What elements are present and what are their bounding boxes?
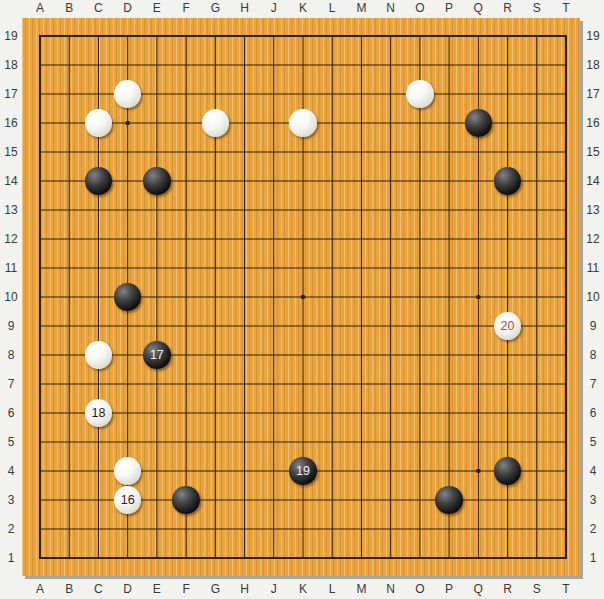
intersection-B4[interactable] xyxy=(55,457,84,486)
intersection-T17[interactable] xyxy=(551,80,580,109)
intersection-A16[interactable] xyxy=(25,109,54,138)
intersection-F6[interactable] xyxy=(171,399,200,428)
intersection-N1[interactable] xyxy=(376,544,405,573)
intersection-M8[interactable] xyxy=(347,341,376,370)
intersection-Q1[interactable] xyxy=(464,544,493,573)
intersection-C3[interactable] xyxy=(84,486,113,515)
intersection-A3[interactable] xyxy=(25,486,54,515)
intersection-L9[interactable] xyxy=(318,312,347,341)
intersection-K10[interactable] xyxy=(288,283,317,312)
intersection-G10[interactable] xyxy=(201,283,230,312)
intersection-G6[interactable] xyxy=(201,399,230,428)
intersection-F13[interactable] xyxy=(171,196,200,225)
intersection-M10[interactable] xyxy=(347,283,376,312)
intersection-P10[interactable] xyxy=(434,283,463,312)
intersection-M15[interactable] xyxy=(347,138,376,167)
intersection-M1[interactable] xyxy=(347,544,376,573)
intersection-Q11[interactable] xyxy=(464,254,493,283)
intersection-R11[interactable] xyxy=(493,254,522,283)
intersection-P4[interactable] xyxy=(434,457,463,486)
intersection-J1[interactable] xyxy=(259,544,288,573)
intersection-D7[interactable] xyxy=(113,370,142,399)
intersection-Q5[interactable] xyxy=(464,428,493,457)
intersection-B15[interactable] xyxy=(55,138,84,167)
intersection-B19[interactable] xyxy=(55,22,84,51)
intersection-P8[interactable] xyxy=(434,341,463,370)
intersection-C9[interactable] xyxy=(84,312,113,341)
intersection-O8[interactable] xyxy=(405,341,434,370)
intersection-G1[interactable] xyxy=(201,544,230,573)
intersection-A14[interactable] xyxy=(25,167,54,196)
intersection-Q6[interactable] xyxy=(464,399,493,428)
intersection-J10[interactable] xyxy=(259,283,288,312)
intersection-H16[interactable] xyxy=(230,109,259,138)
intersection-M14[interactable] xyxy=(347,167,376,196)
intersection-P17[interactable] xyxy=(434,80,463,109)
intersection-E10[interactable] xyxy=(142,283,171,312)
intersection-E1[interactable] xyxy=(142,544,171,573)
intersection-C7[interactable] xyxy=(84,370,113,399)
intersection-R6[interactable] xyxy=(493,399,522,428)
intersection-E7[interactable] xyxy=(142,370,171,399)
intersection-K14[interactable] xyxy=(288,167,317,196)
intersection-K12[interactable] xyxy=(288,225,317,254)
intersection-F10[interactable] xyxy=(171,283,200,312)
intersection-B14[interactable] xyxy=(55,167,84,196)
intersection-J6[interactable] xyxy=(259,399,288,428)
intersection-A7[interactable] xyxy=(25,370,54,399)
intersection-S2[interactable] xyxy=(522,515,551,544)
intersection-E9[interactable] xyxy=(142,312,171,341)
intersection-A17[interactable] xyxy=(25,80,54,109)
intersection-S14[interactable] xyxy=(522,167,551,196)
intersection-Q10[interactable] xyxy=(464,283,493,312)
intersection-J8[interactable] xyxy=(259,341,288,370)
intersection-R16[interactable] xyxy=(493,109,522,138)
intersection-B12[interactable] xyxy=(55,225,84,254)
intersection-E2[interactable] xyxy=(142,515,171,544)
intersection-G19[interactable] xyxy=(201,22,230,51)
intersection-S3[interactable] xyxy=(522,486,551,515)
intersection-T13[interactable] xyxy=(551,196,580,225)
intersection-A15[interactable] xyxy=(25,138,54,167)
intersection-B9[interactable] xyxy=(55,312,84,341)
intersection-T6[interactable] xyxy=(551,399,580,428)
intersection-J13[interactable] xyxy=(259,196,288,225)
intersection-B7[interactable] xyxy=(55,370,84,399)
intersection-P5[interactable] xyxy=(434,428,463,457)
intersection-O5[interactable] xyxy=(405,428,434,457)
intersection-J17[interactable] xyxy=(259,80,288,109)
intersection-T12[interactable] xyxy=(551,225,580,254)
intersection-S1[interactable] xyxy=(522,544,551,573)
intersection-R3[interactable] xyxy=(493,486,522,515)
intersection-K5[interactable] xyxy=(288,428,317,457)
intersection-R17[interactable] xyxy=(493,80,522,109)
intersection-R2[interactable] xyxy=(493,515,522,544)
intersection-N2[interactable] xyxy=(376,515,405,544)
intersection-A11[interactable] xyxy=(25,254,54,283)
intersection-H3[interactable] xyxy=(230,486,259,515)
intersection-J4[interactable] xyxy=(259,457,288,486)
intersection-Q13[interactable] xyxy=(464,196,493,225)
intersection-A2[interactable] xyxy=(25,515,54,544)
intersection-P13[interactable] xyxy=(434,196,463,225)
intersection-H2[interactable] xyxy=(230,515,259,544)
intersection-E12[interactable] xyxy=(142,225,171,254)
intersection-F19[interactable] xyxy=(171,22,200,51)
intersection-P6[interactable] xyxy=(434,399,463,428)
intersection-O10[interactable] xyxy=(405,283,434,312)
intersection-Q18[interactable] xyxy=(464,51,493,80)
intersection-F7[interactable] xyxy=(171,370,200,399)
intersection-H5[interactable] xyxy=(230,428,259,457)
intersection-N7[interactable] xyxy=(376,370,405,399)
intersection-G4[interactable] xyxy=(201,457,230,486)
intersection-F14[interactable] xyxy=(171,167,200,196)
intersection-T18[interactable] xyxy=(551,51,580,80)
intersection-C19[interactable] xyxy=(84,22,113,51)
intersection-K2[interactable] xyxy=(288,515,317,544)
intersection-S4[interactable] xyxy=(522,457,551,486)
intersection-K15[interactable] xyxy=(288,138,317,167)
intersection-G15[interactable] xyxy=(201,138,230,167)
intersection-R18[interactable] xyxy=(493,51,522,80)
intersection-S19[interactable] xyxy=(522,22,551,51)
intersection-P16[interactable] xyxy=(434,109,463,138)
intersection-D8[interactable] xyxy=(113,341,142,370)
intersection-E17[interactable] xyxy=(142,80,171,109)
intersection-D5[interactable] xyxy=(113,428,142,457)
intersection-E3[interactable] xyxy=(142,486,171,515)
intersection-B10[interactable] xyxy=(55,283,84,312)
intersection-O13[interactable] xyxy=(405,196,434,225)
intersection-S9[interactable] xyxy=(522,312,551,341)
intersection-C5[interactable] xyxy=(84,428,113,457)
intersection-M5[interactable] xyxy=(347,428,376,457)
intersection-A4[interactable] xyxy=(25,457,54,486)
intersection-O11[interactable] xyxy=(405,254,434,283)
intersection-B16[interactable] xyxy=(55,109,84,138)
intersection-P9[interactable] xyxy=(434,312,463,341)
intersection-D12[interactable] xyxy=(113,225,142,254)
intersection-Q19[interactable] xyxy=(464,22,493,51)
intersection-T19[interactable] xyxy=(551,22,580,51)
intersection-S15[interactable] xyxy=(522,138,551,167)
intersection-K9[interactable] xyxy=(288,312,317,341)
intersection-S6[interactable] xyxy=(522,399,551,428)
intersection-N4[interactable] xyxy=(376,457,405,486)
intersection-E16[interactable] xyxy=(142,109,171,138)
intersection-A10[interactable] xyxy=(25,283,54,312)
intersection-T15[interactable] xyxy=(551,138,580,167)
intersection-D11[interactable] xyxy=(113,254,142,283)
intersection-N13[interactable] xyxy=(376,196,405,225)
intersection-B1[interactable] xyxy=(55,544,84,573)
intersection-L8[interactable] xyxy=(318,341,347,370)
intersection-H4[interactable] xyxy=(230,457,259,486)
intersection-G2[interactable] xyxy=(201,515,230,544)
intersection-M16[interactable] xyxy=(347,109,376,138)
intersection-O4[interactable] xyxy=(405,457,434,486)
intersection-K11[interactable] xyxy=(288,254,317,283)
intersection-J19[interactable] xyxy=(259,22,288,51)
intersection-S16[interactable] xyxy=(522,109,551,138)
intersection-A1[interactable] xyxy=(25,544,54,573)
intersection-T7[interactable] xyxy=(551,370,580,399)
intersection-L15[interactable] xyxy=(318,138,347,167)
intersection-H7[interactable] xyxy=(230,370,259,399)
intersection-J12[interactable] xyxy=(259,225,288,254)
intersection-F15[interactable] xyxy=(171,138,200,167)
intersection-B5[interactable] xyxy=(55,428,84,457)
intersection-Q17[interactable] xyxy=(464,80,493,109)
intersection-N15[interactable] xyxy=(376,138,405,167)
intersection-Q14[interactable] xyxy=(464,167,493,196)
intersection-L16[interactable] xyxy=(318,109,347,138)
intersection-R10[interactable] xyxy=(493,283,522,312)
intersection-H9[interactable] xyxy=(230,312,259,341)
intersection-L1[interactable] xyxy=(318,544,347,573)
intersection-J2[interactable] xyxy=(259,515,288,544)
intersection-M18[interactable] xyxy=(347,51,376,80)
intersection-A8[interactable] xyxy=(25,341,54,370)
intersection-C4[interactable] xyxy=(84,457,113,486)
intersection-B6[interactable] xyxy=(55,399,84,428)
intersection-O1[interactable] xyxy=(405,544,434,573)
intersection-S10[interactable] xyxy=(522,283,551,312)
intersection-M7[interactable] xyxy=(347,370,376,399)
intersection-S5[interactable] xyxy=(522,428,551,457)
intersection-O6[interactable] xyxy=(405,399,434,428)
intersection-E11[interactable] xyxy=(142,254,171,283)
intersection-T11[interactable] xyxy=(551,254,580,283)
intersection-C12[interactable] xyxy=(84,225,113,254)
intersection-O2[interactable] xyxy=(405,515,434,544)
intersection-H6[interactable] xyxy=(230,399,259,428)
intersection-A9[interactable] xyxy=(25,312,54,341)
intersection-P2[interactable] xyxy=(434,515,463,544)
intersection-R7[interactable] xyxy=(493,370,522,399)
intersection-D6[interactable] xyxy=(113,399,142,428)
intersection-S7[interactable] xyxy=(522,370,551,399)
intersection-F9[interactable] xyxy=(171,312,200,341)
intersection-F12[interactable] xyxy=(171,225,200,254)
intersection-Q15[interactable] xyxy=(464,138,493,167)
intersection-K8[interactable] xyxy=(288,341,317,370)
intersection-N16[interactable] xyxy=(376,109,405,138)
intersection-D16[interactable] xyxy=(113,109,142,138)
intersection-P19[interactable] xyxy=(434,22,463,51)
intersection-H8[interactable] xyxy=(230,341,259,370)
intersection-B8[interactable] xyxy=(55,341,84,370)
intersection-S11[interactable] xyxy=(522,254,551,283)
intersection-H19[interactable] xyxy=(230,22,259,51)
intersection-G3[interactable] xyxy=(201,486,230,515)
intersection-G14[interactable] xyxy=(201,167,230,196)
intersection-P11[interactable] xyxy=(434,254,463,283)
intersection-P15[interactable] xyxy=(434,138,463,167)
intersection-B3[interactable] xyxy=(55,486,84,515)
intersection-J11[interactable] xyxy=(259,254,288,283)
intersection-H13[interactable] xyxy=(230,196,259,225)
intersection-H14[interactable] xyxy=(230,167,259,196)
intersection-F11[interactable] xyxy=(171,254,200,283)
intersection-D15[interactable] xyxy=(113,138,142,167)
intersection-N3[interactable] xyxy=(376,486,405,515)
intersection-M19[interactable] xyxy=(347,22,376,51)
intersection-Q9[interactable] xyxy=(464,312,493,341)
intersection-O12[interactable] xyxy=(405,225,434,254)
intersection-R5[interactable] xyxy=(493,428,522,457)
intersection-M6[interactable] xyxy=(347,399,376,428)
intersection-K3[interactable] xyxy=(288,486,317,515)
intersection-D2[interactable] xyxy=(113,515,142,544)
intersection-T10[interactable] xyxy=(551,283,580,312)
intersection-A12[interactable] xyxy=(25,225,54,254)
intersection-C17[interactable] xyxy=(84,80,113,109)
intersection-S17[interactable] xyxy=(522,80,551,109)
intersection-T4[interactable] xyxy=(551,457,580,486)
intersection-G18[interactable] xyxy=(201,51,230,80)
intersection-G17[interactable] xyxy=(201,80,230,109)
intersection-L19[interactable] xyxy=(318,22,347,51)
intersection-R8[interactable] xyxy=(493,341,522,370)
intersection-S13[interactable] xyxy=(522,196,551,225)
intersection-O18[interactable] xyxy=(405,51,434,80)
intersection-S18[interactable] xyxy=(522,51,551,80)
intersection-P7[interactable] xyxy=(434,370,463,399)
intersection-E15[interactable] xyxy=(142,138,171,167)
intersection-J16[interactable] xyxy=(259,109,288,138)
intersection-T1[interactable] xyxy=(551,544,580,573)
intersection-L10[interactable] xyxy=(318,283,347,312)
intersection-L11[interactable] xyxy=(318,254,347,283)
intersection-P1[interactable] xyxy=(434,544,463,573)
intersection-G12[interactable] xyxy=(201,225,230,254)
intersection-L6[interactable] xyxy=(318,399,347,428)
intersection-G9[interactable] xyxy=(201,312,230,341)
intersection-C11[interactable] xyxy=(84,254,113,283)
intersection-F4[interactable] xyxy=(171,457,200,486)
intersection-H17[interactable] xyxy=(230,80,259,109)
intersection-L5[interactable] xyxy=(318,428,347,457)
intersection-J18[interactable] xyxy=(259,51,288,80)
intersection-L12[interactable] xyxy=(318,225,347,254)
intersection-P12[interactable] xyxy=(434,225,463,254)
intersection-D1[interactable] xyxy=(113,544,142,573)
intersection-L13[interactable] xyxy=(318,196,347,225)
intersection-O3[interactable] xyxy=(405,486,434,515)
intersection-N9[interactable] xyxy=(376,312,405,341)
intersection-P14[interactable] xyxy=(434,167,463,196)
intersection-M9[interactable] xyxy=(347,312,376,341)
intersection-E19[interactable] xyxy=(142,22,171,51)
intersection-R12[interactable] xyxy=(493,225,522,254)
intersection-G11[interactable] xyxy=(201,254,230,283)
intersection-Q2[interactable] xyxy=(464,515,493,544)
intersection-A5[interactable] xyxy=(25,428,54,457)
intersection-K17[interactable] xyxy=(288,80,317,109)
intersection-A18[interactable] xyxy=(25,51,54,80)
intersection-O14[interactable] xyxy=(405,167,434,196)
intersection-K6[interactable] xyxy=(288,399,317,428)
intersection-O7[interactable] xyxy=(405,370,434,399)
intersection-L4[interactable] xyxy=(318,457,347,486)
intersection-C15[interactable] xyxy=(84,138,113,167)
intersection-G7[interactable] xyxy=(201,370,230,399)
intersection-M17[interactable] xyxy=(347,80,376,109)
intersection-Q8[interactable] xyxy=(464,341,493,370)
intersection-G8[interactable] xyxy=(201,341,230,370)
intersection-H1[interactable] xyxy=(230,544,259,573)
intersection-C1[interactable] xyxy=(84,544,113,573)
intersection-T8[interactable] xyxy=(551,341,580,370)
intersection-H18[interactable] xyxy=(230,51,259,80)
intersection-R19[interactable] xyxy=(493,22,522,51)
intersection-E18[interactable] xyxy=(142,51,171,80)
intersection-B2[interactable] xyxy=(55,515,84,544)
intersection-D18[interactable] xyxy=(113,51,142,80)
intersection-T5[interactable] xyxy=(551,428,580,457)
intersection-E6[interactable] xyxy=(142,399,171,428)
intersection-F2[interactable] xyxy=(171,515,200,544)
intersection-K13[interactable] xyxy=(288,196,317,225)
intersection-A19[interactable] xyxy=(25,22,54,51)
intersection-B18[interactable] xyxy=(55,51,84,80)
intersection-R15[interactable] xyxy=(493,138,522,167)
intersection-N17[interactable] xyxy=(376,80,405,109)
intersection-H15[interactable] xyxy=(230,138,259,167)
intersection-F18[interactable] xyxy=(171,51,200,80)
intersection-T14[interactable] xyxy=(551,167,580,196)
intersection-M13[interactable] xyxy=(347,196,376,225)
intersection-D19[interactable] xyxy=(113,22,142,51)
intersection-L17[interactable] xyxy=(318,80,347,109)
intersection-J15[interactable] xyxy=(259,138,288,167)
intersection-J14[interactable] xyxy=(259,167,288,196)
intersection-E5[interactable] xyxy=(142,428,171,457)
intersection-T9[interactable] xyxy=(551,312,580,341)
intersection-F1[interactable] xyxy=(171,544,200,573)
intersection-H11[interactable] xyxy=(230,254,259,283)
intersection-P18[interactable] xyxy=(434,51,463,80)
intersection-N6[interactable] xyxy=(376,399,405,428)
intersection-J5[interactable] xyxy=(259,428,288,457)
intersection-D13[interactable] xyxy=(113,196,142,225)
intersection-B17[interactable] xyxy=(55,80,84,109)
intersection-G13[interactable] xyxy=(201,196,230,225)
intersection-F16[interactable] xyxy=(171,109,200,138)
intersection-L7[interactable] xyxy=(318,370,347,399)
intersection-N8[interactable] xyxy=(376,341,405,370)
intersection-Q3[interactable] xyxy=(464,486,493,515)
intersection-N12[interactable] xyxy=(376,225,405,254)
intersection-K7[interactable] xyxy=(288,370,317,399)
intersection-M4[interactable] xyxy=(347,457,376,486)
intersection-R13[interactable] xyxy=(493,196,522,225)
intersection-O9[interactable] xyxy=(405,312,434,341)
intersection-Q7[interactable] xyxy=(464,370,493,399)
intersection-H10[interactable] xyxy=(230,283,259,312)
intersection-E13[interactable] xyxy=(142,196,171,225)
intersection-Q12[interactable] xyxy=(464,225,493,254)
intersection-N19[interactable] xyxy=(376,22,405,51)
intersection-O19[interactable] xyxy=(405,22,434,51)
intersection-C13[interactable] xyxy=(84,196,113,225)
intersection-K18[interactable] xyxy=(288,51,317,80)
intersection-J3[interactable] xyxy=(259,486,288,515)
